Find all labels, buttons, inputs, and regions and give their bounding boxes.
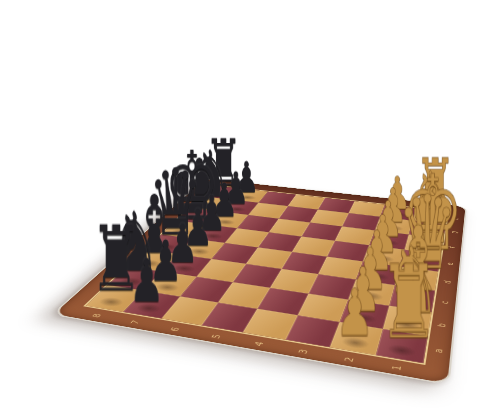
black-bishop-c8: ♝ xyxy=(131,185,166,266)
square-f2[interactable]: ♟ xyxy=(369,230,408,249)
piece-shadow xyxy=(343,309,383,327)
white-rook-h1: ♜ xyxy=(415,150,445,220)
chess-mat: ♜♟♟♜♞♟♟♞♝♟♟♝♚♟♟♚♛♟♟♛♝♟♟♝♞♟♟♞♜♟♟♜ 8765432… xyxy=(51,178,467,385)
black-knight-b8: ♞ xyxy=(111,201,148,283)
piece-shadow xyxy=(408,241,440,253)
file-label-h: h xyxy=(451,216,462,221)
square-g1[interactable]: ♞ xyxy=(409,221,446,239)
black-pawn-h7: ♟ xyxy=(232,156,260,199)
rank-label-6: 6 xyxy=(167,325,184,334)
file-label-b: b xyxy=(435,321,449,329)
black-bishop-f8: ♝ xyxy=(179,150,209,220)
square-f3[interactable] xyxy=(335,226,375,245)
file-label-a: a xyxy=(431,346,446,356)
black-rook-a8: ♜ xyxy=(90,214,129,304)
chessboard-scene: ♜♟♟♜♞♟♟♞♝♟♟♝♚♟♟♚♛♟♟♛♝♟♟♝♞♟♟♞♜♟♟♜ 8765432… xyxy=(82,42,500,418)
piece-shadow xyxy=(165,262,203,276)
file-label-d: d xyxy=(442,279,455,286)
rank-label-1: 1 xyxy=(389,363,405,373)
square-d5[interactable] xyxy=(246,247,292,269)
piece-shadow xyxy=(372,237,404,249)
black-knight-g8: ♞ xyxy=(192,142,221,207)
rank-label-8: 8 xyxy=(89,312,107,320)
piece-shadow xyxy=(179,213,211,223)
board-grid[interactable]: ♜♟♟♜♞♟♟♞♝♟♟♝♚♟♟♚♛♟♟♛♝♟♟♝♞♟♟♞♜♟♟♜ xyxy=(86,185,448,363)
piece-shadow xyxy=(352,288,390,304)
black-queen-d8: ♛ xyxy=(148,156,181,248)
rank-label-4: 4 xyxy=(251,339,268,348)
file-label-f: f xyxy=(447,245,459,250)
piece-shadow xyxy=(127,300,170,317)
rank-label-5: 5 xyxy=(208,332,225,341)
square-c7[interactable]: ♟ xyxy=(161,254,211,277)
rank-label-7: 7 xyxy=(127,318,144,326)
board-frame: ♜♟♟♜♞♟♟♞♝♟♟♝♚♟♟♚♛♟♟♛♝♟♟♝♞♟♟♞♜♟♟♜ xyxy=(83,185,449,365)
rank-label-2: 2 xyxy=(341,355,358,365)
square-a5[interactable] xyxy=(202,303,258,333)
square-a2[interactable]: ♟ xyxy=(330,322,383,355)
square-b3[interactable] xyxy=(298,294,349,322)
file-label-g: g xyxy=(449,230,460,235)
rank-label-3: 3 xyxy=(295,347,312,357)
square-b5[interactable] xyxy=(218,282,270,309)
file-label-c: c xyxy=(439,299,453,306)
file-label-e: e xyxy=(444,261,456,267)
square-e3[interactable] xyxy=(327,241,369,262)
square-e2[interactable]: ♟ xyxy=(363,245,405,266)
piece-shadow xyxy=(196,231,230,242)
piece-shadow xyxy=(412,227,442,238)
piece-shadow xyxy=(334,333,377,354)
black-rook-h8: ♜ xyxy=(204,131,232,195)
piece-shadow xyxy=(380,340,422,361)
product-photo: ♜♟♟♜♞♟♟♞♝♟♟♝♚♟♟♚♛♟♟♛♝♟♟♝♞♟♟♞♜♟♟♜ 8765432… xyxy=(0,0,500,418)
